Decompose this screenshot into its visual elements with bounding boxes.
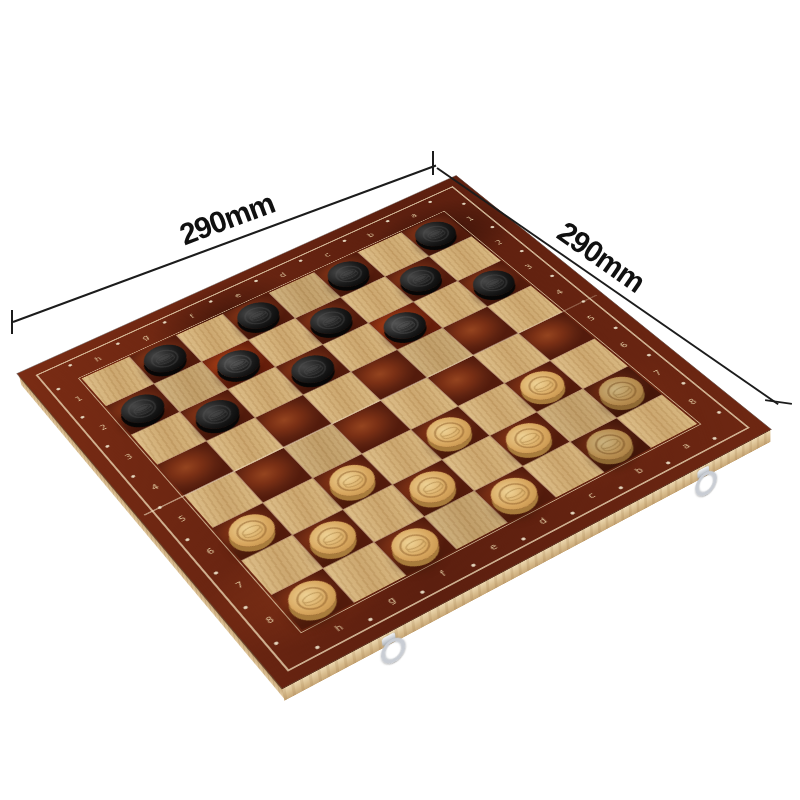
white-checker: ⛀: [590, 371, 653, 412]
checker-glyph: ⛀: [497, 482, 532, 507]
stud-dot: [213, 571, 219, 575]
square-r8c7: ⛀: [570, 418, 650, 472]
coord-label-se-h: h: [334, 623, 346, 633]
scene: ⛂⛂⛂⛂⛂⛂⛂⛂⛂⛂⛂⛂⛀⛀⛀⛀⛀⛀⛀⛀⛀⛀⛀⛀ 112233445566778…: [0, 0, 800, 800]
board-surface: ⛂⛂⛂⛂⛂⛂⛂⛂⛂⛂⛂⛂⛀⛀⛀⛀⛀⛀⛀⛀⛀⛀⛀⛀ 112233445566778…: [18, 176, 771, 688]
stud-dot: [520, 537, 526, 541]
square-r5c4: [333, 401, 410, 453]
coord-label-se-d: d: [537, 517, 549, 526]
product-photo: ⛂⛂⛂⛂⛂⛂⛂⛂⛂⛂⛂⛂⛀⛀⛀⛀⛀⛀⛀⛀⛀⛀⛀⛀ 112233445566778…: [0, 0, 800, 800]
white-checker: ⛀: [279, 574, 345, 623]
square-r4c1: [158, 442, 234, 496]
square-r6c3: ⛀: [314, 454, 392, 509]
square-r7c5: [442, 436, 521, 490]
square-r6c2: [263, 478, 342, 534]
white-checker: ⛀: [220, 508, 283, 554]
white-checker: ⛀: [497, 417, 560, 460]
coord-label-se-e: e: [488, 543, 500, 552]
white-checker: ⛀: [578, 423, 642, 466]
checker-glyph: ⛀: [512, 427, 546, 450]
dimension-tick: [432, 151, 434, 175]
square-r8c5: ⛀: [474, 467, 555, 523]
coord-label-sw-7: 7: [234, 581, 245, 590]
square-r8c1: ⛀: [272, 569, 354, 630]
stud-dot: [716, 411, 722, 415]
square-r6c6: [458, 384, 535, 436]
square-r7c7: [537, 389, 616, 441]
checker-glyph: ⛂: [201, 403, 232, 425]
stud-dot: [185, 538, 191, 542]
stud-dot: [130, 474, 135, 478]
coord-label-sw-6: 6: [205, 547, 216, 556]
white-checker: ⛀: [321, 459, 384, 503]
dimension-tick: [11, 310, 13, 334]
checker-glyph: ⛀: [432, 421, 465, 444]
square-r7c6: ⛀: [490, 412, 569, 465]
checker-glyph: ⛀: [294, 585, 329, 612]
square-r6c4: [363, 430, 441, 484]
coord-label-se-f: f: [439, 570, 448, 578]
stud-dot: [314, 645, 320, 650]
square-r5c1: [185, 472, 262, 527]
white-checker: ⛀: [401, 465, 465, 509]
checker-glyph: ⛂: [405, 269, 435, 289]
coord-label-se-b: b: [634, 467, 646, 475]
checker-glyph: ⛀: [235, 518, 268, 543]
coord-label-sw-3: 3: [124, 453, 134, 461]
white-checker: ⛀: [300, 515, 364, 561]
square-r8c3: ⛀: [375, 517, 457, 576]
square-r7c2: ⛀: [293, 510, 373, 568]
checker-glyph: ⛂: [389, 315, 420, 336]
latch-clasp: [692, 462, 716, 502]
coord-label-sw-4: 4: [150, 483, 161, 491]
perspective-scene: ⛂⛂⛂⛂⛂⛂⛂⛂⛂⛂⛂⛂⛀⛀⛀⛀⛀⛀⛀⛀⛀⛀⛀⛀ 112233445566778…: [0, 0, 800, 800]
coord-label-sw-5: 5: [177, 515, 188, 524]
checker-glyph: ⛀: [593, 433, 627, 457]
square-r7c4: ⛀: [393, 460, 473, 515]
stud-dot: [157, 505, 163, 509]
checker-glyph: ⛂: [333, 264, 363, 283]
checker-glyph: ⛀: [398, 532, 433, 558]
stud-dot: [681, 381, 687, 385]
checker-glyph: ⛂: [421, 224, 451, 243]
stud-dot: [367, 617, 373, 622]
checker-glyph: ⛀: [415, 475, 449, 499]
checker-glyph: ⛀: [526, 374, 559, 396]
coord-label-se-c: c: [586, 492, 597, 500]
coord-label-se-g: g: [386, 596, 398, 605]
coord-label-ne-8: 8: [687, 398, 699, 406]
checkers-board: ⛂⛂⛂⛂⛂⛂⛂⛂⛂⛂⛂⛂⛀⛀⛀⛀⛀⛀⛀⛀⛀⛀⛀⛀ 112233445566778…: [18, 176, 771, 688]
stud-dot: [712, 436, 718, 440]
stud-dot: [665, 461, 671, 465]
stud-dot: [470, 563, 476, 567]
square-r7c3: [344, 485, 424, 542]
stud-dot: [105, 444, 110, 448]
stud-dot: [570, 511, 576, 515]
coord-label-se-a: a: [680, 442, 692, 450]
checker-glyph: ⛀: [335, 468, 368, 492]
stud-dot: [273, 641, 279, 646]
white-checker: ⛀: [418, 411, 480, 453]
checker-glyph: ⛂: [243, 305, 273, 325]
square-r8c2: [324, 543, 406, 603]
checker-glyph: ⛀: [605, 380, 639, 402]
white-checker: ⛀: [482, 472, 547, 517]
square-r5c3: [284, 424, 361, 477]
coord-label-sw-8: 8: [265, 616, 277, 625]
square-r7c1: [242, 535, 323, 594]
stud-dot: [618, 486, 624, 490]
checker-glyph: ⛂: [223, 353, 254, 374]
square-r8c4: [425, 492, 506, 549]
stud-dot: [419, 590, 425, 594]
square-r6c1: ⛀: [213, 503, 292, 560]
white-checker: ⛀: [382, 522, 447, 569]
coord-label-ne-7: 7: [652, 369, 663, 377]
checker-glyph: ⛂: [316, 310, 347, 330]
square-r5c2: [235, 448, 312, 502]
checker-glyph: ⛀: [315, 525, 349, 550]
checker-glyph: ⛂: [478, 273, 509, 293]
square-r8c8: [617, 395, 697, 448]
checker-glyph: ⛂: [297, 358, 328, 379]
stud-dot: [243, 605, 249, 609]
square-r6c5: ⛀: [411, 407, 489, 460]
checker-glyph: ⛂: [150, 348, 180, 369]
checker-glyph: ⛂: [127, 398, 158, 420]
square-r8c6: [523, 442, 604, 497]
square-r4c2: [207, 418, 283, 471]
